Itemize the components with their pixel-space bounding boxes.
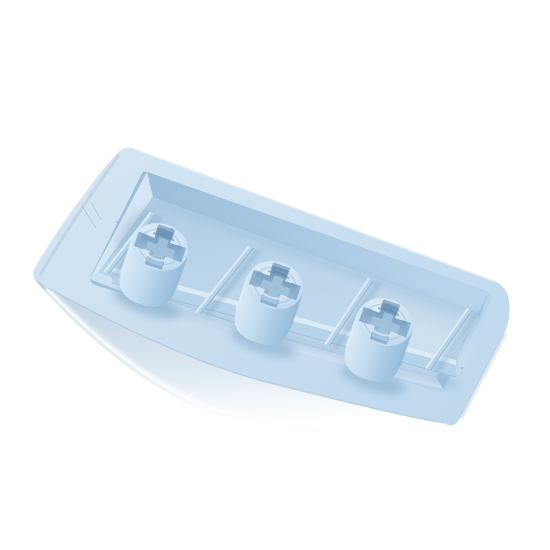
speck [171, 228, 174, 231]
product-photo [0, 0, 550, 550]
keycap-photo-svg [0, 0, 550, 550]
speck [461, 367, 463, 369]
keycap [33, 148, 509, 436]
speck [116, 221, 118, 223]
